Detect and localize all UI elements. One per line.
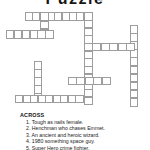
clue-heading-across: ACROSS	[20, 112, 150, 119]
crossword-cell[interactable]	[75, 95, 83, 104]
crossword-cell[interactable]	[126, 43, 135, 52]
crossword-cell[interactable]	[130, 98, 139, 107]
clue-lines: 1. Tough as nails female.2. Henchman who…	[0, 119, 150, 150]
crossword-board	[0, 0, 150, 115]
clue-item: 5. Super Hero crime fighter.	[26, 145, 150, 150]
crossword-cell[interactable]	[45, 30, 53, 39]
crossword-cell[interactable]	[102, 77, 111, 86]
clue-list: ACROSS 1. Tough as nails female.2. Hench…	[0, 112, 150, 150]
crossword-cell[interactable]	[84, 97, 93, 105]
